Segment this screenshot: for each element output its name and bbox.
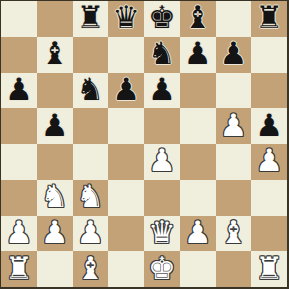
piece-white-queen[interactable]: ♛ — [148, 217, 176, 248]
square-e5[interactable] — [144, 108, 180, 144]
piece-white-pawn[interactable]: ♟ — [255, 145, 283, 176]
square-c3[interactable]: ♞ — [73, 180, 109, 216]
piece-white-pawn[interactable]: ♟ — [148, 145, 176, 176]
square-c5[interactable] — [73, 108, 109, 144]
square-c6[interactable]: ♞ — [73, 73, 109, 109]
square-g8[interactable] — [216, 1, 252, 37]
piece-black-knight[interactable]: ♞ — [148, 38, 176, 69]
piece-white-pawn[interactable]: ♟ — [184, 217, 212, 248]
piece-black-pawn[interactable]: ♟ — [112, 74, 140, 105]
square-g4[interactable] — [216, 144, 252, 180]
piece-white-bishop[interactable]: ♝ — [219, 217, 247, 248]
square-a6[interactable]: ♟ — [1, 73, 37, 109]
piece-black-queen[interactable]: ♛ — [112, 2, 140, 33]
square-b5[interactable]: ♟ — [37, 108, 73, 144]
square-b4[interactable] — [37, 144, 73, 180]
piece-white-pawn[interactable]: ♟ — [76, 217, 104, 248]
square-f3[interactable] — [180, 180, 216, 216]
piece-white-bishop[interactable]: ♝ — [76, 253, 104, 284]
piece-black-pawn[interactable]: ♟ — [255, 110, 283, 141]
square-f7[interactable]: ♟ — [180, 37, 216, 73]
piece-black-pawn[interactable]: ♟ — [148, 74, 176, 105]
square-d4[interactable] — [108, 144, 144, 180]
piece-black-knight[interactable]: ♞ — [76, 74, 104, 105]
square-h2[interactable] — [251, 216, 287, 252]
square-h6[interactable] — [251, 73, 287, 109]
square-e2[interactable]: ♛ — [144, 216, 180, 252]
square-c2[interactable]: ♟ — [73, 216, 109, 252]
square-b1[interactable] — [37, 251, 73, 287]
piece-white-pawn[interactable]: ♟ — [5, 217, 33, 248]
square-h1[interactable]: ♜ — [251, 251, 287, 287]
square-e1[interactable]: ♚ — [144, 251, 180, 287]
square-b7[interactable]: ♝ — [37, 37, 73, 73]
piece-white-pawn[interactable]: ♟ — [219, 110, 247, 141]
square-c1[interactable]: ♝ — [73, 251, 109, 287]
square-d6[interactable]: ♟ — [108, 73, 144, 109]
piece-white-knight[interactable]: ♞ — [41, 181, 69, 212]
piece-black-pawn[interactable]: ♟ — [184, 38, 212, 69]
piece-white-pawn[interactable]: ♟ — [41, 217, 69, 248]
square-a5[interactable] — [1, 108, 37, 144]
square-e7[interactable]: ♞ — [144, 37, 180, 73]
square-f8[interactable]: ♝ — [180, 1, 216, 37]
square-b2[interactable]: ♟ — [37, 216, 73, 252]
piece-black-bishop[interactable]: ♝ — [184, 2, 212, 33]
square-b8[interactable] — [37, 1, 73, 37]
square-g6[interactable] — [216, 73, 252, 109]
square-b3[interactable]: ♞ — [37, 180, 73, 216]
piece-black-pawn[interactable]: ♟ — [5, 74, 33, 105]
square-h5[interactable]: ♟ — [251, 108, 287, 144]
square-g5[interactable]: ♟ — [216, 108, 252, 144]
square-f6[interactable] — [180, 73, 216, 109]
square-a1[interactable]: ♜ — [1, 251, 37, 287]
square-c7[interactable] — [73, 37, 109, 73]
piece-white-rook[interactable]: ♜ — [5, 253, 33, 284]
square-a2[interactable]: ♟ — [1, 216, 37, 252]
square-g1[interactable] — [216, 251, 252, 287]
piece-black-king[interactable]: ♚ — [148, 2, 176, 33]
square-d8[interactable]: ♛ — [108, 1, 144, 37]
square-e4[interactable]: ♟ — [144, 144, 180, 180]
square-h8[interactable]: ♜ — [251, 1, 287, 37]
square-b6[interactable] — [37, 73, 73, 109]
square-d2[interactable] — [108, 216, 144, 252]
square-h3[interactable] — [251, 180, 287, 216]
square-e3[interactable] — [144, 180, 180, 216]
square-d3[interactable] — [108, 180, 144, 216]
chess-app: ♜♛♚♝♜♝♞♟♟♟♞♟♟♟♟♟♟♟♞♞♟♟♟♛♟♝♜♝♚♜ — [0, 0, 289, 289]
square-e6[interactable]: ♟ — [144, 73, 180, 109]
square-d7[interactable] — [108, 37, 144, 73]
square-c8[interactable]: ♜ — [73, 1, 109, 37]
piece-black-pawn[interactable]: ♟ — [41, 110, 69, 141]
piece-black-rook[interactable]: ♜ — [255, 2, 283, 33]
square-f4[interactable] — [180, 144, 216, 180]
square-a7[interactable] — [1, 37, 37, 73]
square-d1[interactable] — [108, 251, 144, 287]
square-a3[interactable] — [1, 180, 37, 216]
square-g7[interactable]: ♟ — [216, 37, 252, 73]
square-a8[interactable] — [1, 1, 37, 37]
square-g2[interactable]: ♝ — [216, 216, 252, 252]
piece-white-king[interactable]: ♚ — [148, 253, 176, 284]
chess-board: ♜♛♚♝♜♝♞♟♟♟♞♟♟♟♟♟♟♟♞♞♟♟♟♛♟♝♜♝♚♜ — [0, 0, 289, 289]
piece-white-rook[interactable]: ♜ — [255, 253, 283, 284]
piece-black-bishop[interactable]: ♝ — [41, 38, 69, 69]
square-h7[interactable] — [251, 37, 287, 73]
square-f2[interactable]: ♟ — [180, 216, 216, 252]
square-c4[interactable] — [73, 144, 109, 180]
square-e8[interactable]: ♚ — [144, 1, 180, 37]
piece-black-rook[interactable]: ♜ — [76, 2, 104, 33]
piece-white-knight[interactable]: ♞ — [76, 181, 104, 212]
square-d5[interactable] — [108, 108, 144, 144]
square-g3[interactable] — [216, 180, 252, 216]
square-f5[interactable] — [180, 108, 216, 144]
square-a4[interactable] — [1, 144, 37, 180]
piece-black-pawn[interactable]: ♟ — [219, 38, 247, 69]
square-h4[interactable]: ♟ — [251, 144, 287, 180]
square-f1[interactable] — [180, 251, 216, 287]
